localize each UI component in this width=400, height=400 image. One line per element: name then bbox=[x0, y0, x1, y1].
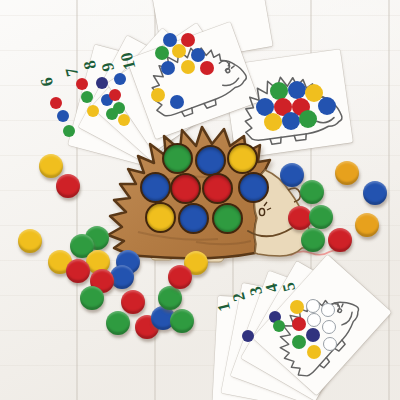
blue-dot bbox=[161, 61, 175, 75]
yellow-dot bbox=[181, 60, 195, 74]
blue-chip[interactable] bbox=[363, 181, 387, 205]
empty-dot bbox=[307, 313, 321, 327]
navy-dot bbox=[242, 330, 254, 342]
blue-dot bbox=[191, 48, 205, 62]
blue-dot bbox=[114, 73, 126, 85]
orange-chip[interactable] bbox=[335, 161, 359, 185]
red-dot bbox=[292, 317, 306, 331]
green-dot bbox=[270, 82, 288, 100]
green-chip[interactable] bbox=[158, 286, 182, 310]
green-chip[interactable] bbox=[301, 228, 325, 252]
green-dot bbox=[81, 91, 93, 103]
blue-board-chip[interactable] bbox=[140, 172, 171, 203]
navy-dot bbox=[306, 328, 320, 342]
yellow-chip[interactable] bbox=[39, 154, 63, 178]
blue-chip[interactable] bbox=[280, 163, 304, 187]
navy-dot bbox=[96, 77, 108, 89]
blue-dot bbox=[170, 95, 184, 109]
yellow-chip[interactable] bbox=[18, 229, 42, 253]
red-chip[interactable] bbox=[121, 290, 145, 314]
green-chip[interactable] bbox=[309, 205, 333, 229]
red-board-chip[interactable] bbox=[202, 173, 233, 204]
green-dot bbox=[273, 320, 285, 332]
empty-dot bbox=[321, 303, 335, 317]
empty-dot bbox=[306, 299, 320, 313]
empty-dot bbox=[323, 337, 337, 351]
red-board-chip[interactable] bbox=[170, 173, 201, 204]
green-chip[interactable] bbox=[300, 180, 324, 204]
green-dot bbox=[155, 46, 169, 60]
red-dot bbox=[50, 97, 62, 109]
red-dot bbox=[76, 78, 88, 90]
red-dot bbox=[200, 61, 214, 75]
orange-chip[interactable] bbox=[355, 213, 379, 237]
blue-board-chip[interactable] bbox=[178, 203, 209, 234]
blue-board-chip[interactable] bbox=[195, 145, 226, 176]
blue-board-chip[interactable] bbox=[238, 172, 269, 203]
empty-dot bbox=[322, 320, 336, 334]
yellow-dot bbox=[290, 300, 304, 314]
green-board-chip[interactable] bbox=[162, 143, 193, 174]
red-dot bbox=[109, 89, 121, 101]
red-chip[interactable] bbox=[328, 228, 352, 252]
green-board-chip[interactable] bbox=[212, 203, 243, 234]
yellow-dot bbox=[151, 88, 165, 102]
green-dot bbox=[63, 125, 75, 137]
yellow-dot bbox=[307, 345, 321, 359]
scene: 67891012345 bbox=[0, 0, 400, 400]
green-chip[interactable] bbox=[170, 309, 194, 333]
yellow-board-chip[interactable] bbox=[227, 143, 258, 174]
red-chip[interactable] bbox=[56, 174, 80, 198]
yellow-board-chip[interactable] bbox=[145, 202, 176, 233]
green-chip[interactable] bbox=[80, 286, 104, 310]
red-chip[interactable] bbox=[66, 259, 90, 283]
blue-dot bbox=[57, 110, 69, 122]
green-chip[interactable] bbox=[106, 311, 130, 335]
yellow-dot bbox=[172, 44, 186, 58]
green-dot bbox=[292, 335, 306, 349]
blue-dot bbox=[288, 81, 306, 99]
red-chip[interactable] bbox=[168, 265, 192, 289]
